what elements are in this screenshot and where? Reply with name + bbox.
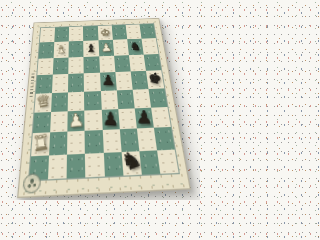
square-e3[interactable]: ♟	[101, 109, 119, 130]
square-c5[interactable]	[68, 73, 84, 92]
square-d4[interactable]	[84, 91, 101, 111]
square-b3[interactable]	[50, 111, 68, 132]
square-e4[interactable]	[100, 90, 117, 110]
square-h8[interactable]	[139, 24, 155, 39]
border-markings	[29, 73, 35, 97]
square-h1[interactable]	[157, 149, 179, 174]
square-d8[interactable]	[83, 26, 98, 41]
piece-white-rook[interactable]: ♜	[32, 131, 51, 155]
square-b5[interactable]	[52, 74, 68, 93]
square-b7[interactable]: ♝	[54, 42, 69, 58]
piece-black-pawn[interactable]: ♟	[102, 110, 118, 128]
piece-black-bishop[interactable]: ♝	[85, 43, 96, 54]
square-f8[interactable]	[111, 25, 127, 40]
piece-black-pawn[interactable]: ♟	[101, 74, 115, 88]
square-f7[interactable]	[113, 40, 129, 56]
square-b1[interactable]	[48, 154, 67, 179]
square-c7[interactable]	[69, 41, 84, 57]
square-h5[interactable]: ♚	[146, 70, 164, 88]
square-d6[interactable]	[84, 56, 100, 73]
square-e7[interactable]: ♟	[98, 40, 114, 56]
square-d5[interactable]	[84, 73, 100, 91]
square-a2[interactable]: ♜	[31, 133, 50, 156]
square-h7[interactable]	[141, 38, 158, 54]
piece-black-knight[interactable]: ♞	[129, 41, 140, 52]
square-a7[interactable]	[39, 42, 55, 58]
chess-board: ♚♝♝♟♞♟♚♛♟♟♟♜♞	[17, 18, 191, 198]
piece-black-king[interactable]: ♚	[147, 71, 162, 87]
piece-white-king[interactable]: ♚	[99, 28, 110, 38]
square-e8[interactable]: ♚	[97, 25, 112, 40]
square-c8[interactable]	[69, 27, 84, 42]
square-h3[interactable]	[151, 107, 171, 128]
square-a8[interactable]	[40, 28, 55, 43]
piece-white-bishop[interactable]: ♝	[55, 43, 67, 55]
square-h4[interactable]	[148, 88, 167, 108]
piece-white-queen[interactable]: ♛	[35, 93, 52, 112]
square-h6[interactable]	[144, 54, 162, 71]
piece-black-pawn[interactable]: ♟	[136, 108, 153, 127]
square-h2[interactable]	[154, 127, 175, 150]
square-b2[interactable]	[49, 132, 67, 155]
square-d7[interactable]: ♝	[84, 41, 99, 57]
square-b4[interactable]	[51, 92, 68, 112]
square-e2[interactable]	[102, 129, 121, 152]
square-b6[interactable]	[53, 57, 69, 74]
square-d3[interactable]	[85, 110, 103, 131]
piece-white-pawn[interactable]: ♟	[68, 110, 85, 130]
square-e6[interactable]	[99, 56, 115, 73]
square-c3[interactable]: ♟	[68, 110, 85, 131]
square-c1[interactable]	[67, 153, 86, 178]
table-surface: { "game": "chess", "scene": "overhead ph…	[0, 0, 200, 200]
maker-stamp-icon	[22, 173, 41, 194]
board-grid: ♚♝♝♟♞♟♚♛♟♟♟♜♞	[29, 24, 178, 180]
square-c6[interactable]	[69, 57, 85, 74]
square-e5[interactable]: ♟	[100, 72, 117, 90]
square-c2[interactable]	[67, 131, 85, 154]
square-b8[interactable]	[54, 27, 69, 42]
square-d1[interactable]	[85, 152, 104, 177]
piece-white-pawn[interactable]: ♟	[100, 42, 112, 53]
square-a4[interactable]: ♛	[34, 93, 52, 113]
square-d2[interactable]	[85, 130, 103, 153]
square-a6[interactable]	[37, 58, 53, 75]
